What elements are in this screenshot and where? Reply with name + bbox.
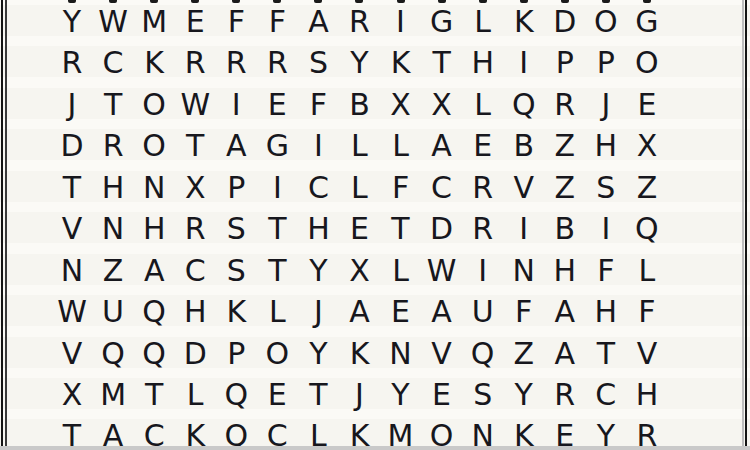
grid-cell-r9c12[interactable]: Z [503,333,544,374]
grid-cell-r8c4[interactable]: H [175,291,216,332]
grid-cell-r11c8[interactable]: K [339,416,380,450]
grid-cell-r2c7[interactable]: S [298,43,339,84]
grid-cell-r5c4[interactable]: X [175,167,216,208]
grid-cell-r6c10[interactable]: D [421,208,462,249]
grid-cell-r8c3[interactable]: Q [134,291,175,332]
grid-cell-r8c13[interactable]: A [544,291,585,332]
grid-cell-r11c3[interactable]: C [134,416,175,450]
grid-cell-r7c11[interactable]: I [462,250,503,291]
grid-cell-r10c9[interactable]: Y [380,374,421,415]
grid-cell-r11c11[interactable]: N [462,416,503,450]
grid-cell-r9c11[interactable]: Q [462,333,503,374]
grid-cell-r3c1[interactable]: J [52,84,93,125]
grid-cell-r10c3[interactable]: T [134,374,175,415]
grid-cell-r9c1[interactable]: V [52,333,93,374]
grid-cell-r9c8[interactable]: K [339,333,380,374]
grid-cell-r6c5[interactable]: S [216,208,257,249]
grid-cell-r6c6[interactable]: T [257,208,298,249]
grid-cell-r11c1[interactable]: T [52,416,93,450]
grid-cell-r4c6[interactable]: G [257,126,298,167]
grid-cell-r9c4[interactable]: D [175,333,216,374]
grid-cell-r2c3[interactable]: K [134,43,175,84]
grid-cell-r11c10[interactable]: O [421,416,462,450]
grid-cell-r1c11[interactable]: L [462,1,503,42]
grid-cell-r6c3[interactable]: H [134,208,175,249]
grid-cell-r3c5[interactable]: I [216,84,257,125]
grid-cell-r2c4[interactable]: R [175,43,216,84]
grid-cell-r5c8[interactable]: L [339,167,380,208]
grid-cell-r4c3[interactable]: O [134,126,175,167]
grid-cell-r8c9[interactable]: E [380,291,421,332]
grid-cell-r6c14[interactable]: I [585,208,626,249]
grid-cell-r8c15[interactable]: F [626,291,667,332]
bottom-edge-band [0,446,750,450]
grid-cell-r3c2[interactable]: T [93,84,134,125]
grid-cell-r4c1[interactable]: D [52,126,93,167]
grid-cell-r1c5[interactable]: F [216,1,257,42]
grid-cell-r3c15[interactable]: E [626,84,667,125]
grid-cell-r7c5[interactable]: S [216,250,257,291]
grid-cell-r1c12[interactable]: K [503,1,544,42]
grid-cell-r8c11[interactable]: U [462,291,503,332]
grid-cell-r8c2[interactable]: U [93,291,134,332]
grid-cell-r8c14[interactable]: H [585,291,626,332]
grid-cell-r5c14[interactable]: S [585,167,626,208]
grid-cell-r11c6[interactable]: C [257,416,298,450]
grid-cell-r3c7[interactable]: F [298,84,339,125]
grid-cell-r2c14[interactable]: P [585,43,626,84]
grid-cell-r9c15[interactable]: V [626,333,667,374]
grid-cell-r2c12[interactable]: I [503,43,544,84]
grid-cell-r10c12[interactable]: Y [503,374,544,415]
grid-cell-r5c12[interactable]: V [503,167,544,208]
grid-cell-r5c11[interactable]: R [462,167,503,208]
grid-cell-r10c7[interactable]: T [298,374,339,415]
grid-cell-r2c8[interactable]: Y [339,43,380,84]
grid-cell-r2c10[interactable]: T [421,43,462,84]
grid-cell-r3c10[interactable]: X [421,84,462,125]
grid-cell-r6c11[interactable]: R [462,208,503,249]
grid-cell-r1c7[interactable]: A [298,1,339,42]
grid-cell-r1c2[interactable]: W [93,1,134,42]
grid-cell-r2c11[interactable]: H [462,43,503,84]
grid-cell-r6c2[interactable]: N [93,208,134,249]
grid-cell-r11c2[interactable]: A [93,416,134,450]
grid-cell-r4c7[interactable]: I [298,126,339,167]
frame-left-outer-line [1,0,3,450]
grid-cell-r9c9[interactable]: N [380,333,421,374]
grid-cell-r11c13[interactable]: E [544,416,585,450]
grid-cell-r7c7[interactable]: Y [298,250,339,291]
grid-cell-r3c6[interactable]: E [257,84,298,125]
grid-cell-r5c5[interactable]: P [216,167,257,208]
grid-cell-r8c7[interactable]: J [298,291,339,332]
grid-cell-r7c1[interactable]: N [52,250,93,291]
grid-cell-r1c1[interactable]: Y [52,1,93,42]
grid-cell-r11c4[interactable]: K [175,416,216,450]
grid-cell-r10c8[interactable]: J [339,374,380,415]
grid-cell-r1c6[interactable]: F [257,1,298,42]
grid-cell-r1c13[interactable]: D [544,1,585,42]
grid-cell-r4c5[interactable]: A [216,126,257,167]
grid-cell-r7c6[interactable]: T [257,250,298,291]
grid-cell-r2c5[interactable]: R [216,43,257,84]
grid-cell-r2c15[interactable]: O [626,43,667,84]
frame-left-inner-line [5,0,7,450]
grid-cell-r10c1[interactable]: X [52,374,93,415]
grid-cell-r8c1[interactable]: W [52,291,93,332]
grid-cell-r7c15[interactable]: L [626,250,667,291]
grid-cell-r11c5[interactable]: Q [216,416,257,450]
grid-cell-r10c6[interactable]: E [257,374,298,415]
grid-cell-r1c14[interactable]: O [585,1,626,42]
grid-cell-r5c3[interactable]: N [134,167,175,208]
grid-cell-r6c13[interactable]: B [544,208,585,249]
grid-cell-r10c5[interactable]: Q [216,374,257,415]
grid-cell-r3c12[interactable]: Q [503,84,544,125]
grid-cell-r8c8[interactable]: A [339,291,380,332]
grid-cell-r10c15[interactable]: H [626,374,667,415]
grid-cell-r9c6[interactable]: O [257,333,298,374]
grid-cell-r3c4[interactable]: W [175,84,216,125]
grid-cell-r11c9[interactable]: M [380,416,421,450]
grid-cell-r4c8[interactable]: L [339,126,380,167]
grid-cell-r6c12[interactable]: I [503,208,544,249]
grid-cell-r5c13[interactable]: Z [544,167,585,208]
grid-cell-r9c10[interactable]: V [421,333,462,374]
grid-cell-r10c13[interactable]: R [544,374,585,415]
grid-cell-r11c14[interactable]: Y [585,416,626,450]
grid-cell-r7c10[interactable]: W [421,250,462,291]
grid-cell-r4c13[interactable]: Z [544,126,585,167]
grid-cell-r6c9[interactable]: T [380,208,421,249]
grid-cell-r10c2[interactable]: M [93,374,134,415]
grid-cell-r4c12[interactable]: B [503,126,544,167]
grid-cell-r9c14[interactable]: T [585,333,626,374]
frame-right-outer-line [745,0,747,450]
grid-cell-r4c14[interactable]: H [585,126,626,167]
grid-cell-r6c8[interactable]: E [339,208,380,249]
grid-cell-r6c4[interactable]: R [175,208,216,249]
grid-cell-r5c6[interactable]: I [257,167,298,208]
grid-cell-r7c2[interactable]: Z [93,250,134,291]
grid-cell-r10c11[interactable]: S [462,374,503,415]
grid-cell-r10c10[interactable]: E [421,374,462,415]
grid-cell-r2c2[interactable]: C [93,43,134,84]
grid-cell-r5c10[interactable]: C [421,167,462,208]
grid-cell-r8c10[interactable]: A [421,291,462,332]
grid-cell-r4c11[interactable]: E [462,126,503,167]
grid-cell-r1c4[interactable]: E [175,1,216,42]
grid-cell-r1c8[interactable]: R [339,1,380,42]
frame-right-inner-line [742,0,744,450]
grid-cell-r8c12[interactable]: F [503,291,544,332]
grid-cell-r5c15[interactable]: Z [626,167,667,208]
grid-cell-r6c1[interactable]: V [52,208,93,249]
grid-cell-r7c3[interactable]: A [134,250,175,291]
grid-cell-r9c7[interactable]: Y [298,333,339,374]
grid-cell-r4c2[interactable]: R [93,126,134,167]
grid-cell-r9c5[interactable]: P [216,333,257,374]
grid-cell-r4c10[interactable]: A [421,126,462,167]
word-search-page: YWMEFFARIGLKDOGRCKRRRSYKTHIPPOJTOWIEFBXX… [0,0,750,450]
grid-cell-r7c8[interactable]: X [339,250,380,291]
grid-cell-r10c14[interactable]: C [585,374,626,415]
grid-cell-r2c13[interactable]: P [544,43,585,84]
grid-cell-r2c6[interactable]: R [257,43,298,84]
grid-cell-r7c4[interactable]: C [175,250,216,291]
grid-cell-r4c9[interactable]: L [380,126,421,167]
grid-cell-r3c3[interactable]: O [134,84,175,125]
grid-cell-r1c10[interactable]: G [421,1,462,42]
grid-cell-r1c3[interactable]: M [134,1,175,42]
grid-cell-r2c9[interactable]: K [380,43,421,84]
grid-cell-r11c12[interactable]: K [503,416,544,450]
grid-cell-r4c4[interactable]: T [175,126,216,167]
grid-cell-r1c15[interactable]: G [626,1,667,42]
grid-cell-r7c9[interactable]: L [380,250,421,291]
grid-cell-r3c14[interactable]: J [585,84,626,125]
grid-cell-r8c5[interactable]: K [216,291,257,332]
grid-cell-r7c14[interactable]: F [585,250,626,291]
grid-cell-r4c15[interactable]: X [626,126,667,167]
grid-cell-r5c2[interactable]: H [93,167,134,208]
word-search-grid: YWMEFFARIGLKDOGRCKRRRSYKTHIPPOJTOWIEFBXX… [52,1,668,450]
grid-cell-r1c9[interactable]: I [380,1,421,42]
grid-cell-r9c13[interactable]: A [544,333,585,374]
grid-cell-r11c7[interactable]: L [298,416,339,450]
grid-cell-r11c15[interactable]: R [626,416,667,450]
grid-cell-r3c13[interactable]: R [544,84,585,125]
grid-cell-r8c6[interactable]: L [257,291,298,332]
grid-cell-r9c3[interactable]: Q [134,333,175,374]
grid-cell-r2c1[interactable]: R [52,43,93,84]
grid-cell-r3c8[interactable]: B [339,84,380,125]
grid-cell-r6c7[interactable]: H [298,208,339,249]
grid-cell-r7c12[interactable]: N [503,250,544,291]
grid-cell-r9c2[interactable]: Q [93,333,134,374]
grid-cell-r3c11[interactable]: L [462,84,503,125]
grid-cell-r10c4[interactable]: L [175,374,216,415]
grid-cell-r6c15[interactable]: Q [626,208,667,249]
grid-cell-r5c7[interactable]: C [298,167,339,208]
grid-cell-r5c9[interactable]: F [380,167,421,208]
grid-cell-r3c9[interactable]: X [380,84,421,125]
grid-cell-r5c1[interactable]: T [52,167,93,208]
grid-cell-r7c13[interactable]: H [544,250,585,291]
